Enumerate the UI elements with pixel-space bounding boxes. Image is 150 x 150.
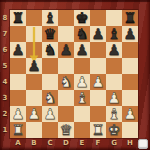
piece-wP-h2[interactable]: ♟ (124, 106, 137, 122)
square-d6[interactable]: ♟ (58, 42, 74, 58)
file-label-F: F (90, 138, 106, 149)
file-label-A: A (10, 138, 26, 149)
square-d4[interactable]: ♞ (58, 74, 74, 90)
square-b2[interactable]: ♟ (26, 106, 42, 122)
square-e7[interactable]: ♞ (74, 26, 90, 42)
square-g3[interactable]: ♟ (106, 90, 122, 106)
square-f7[interactable]: ♟ (90, 26, 106, 42)
square-a5[interactable] (10, 58, 26, 74)
square-h1[interactable] (122, 122, 138, 138)
rank-label-4: 4 (0, 74, 10, 90)
file-label-E: E (74, 138, 90, 149)
square-a4[interactable] (10, 74, 26, 90)
rank-label-2: 2 (0, 106, 10, 122)
piece-bP-d6[interactable]: ♟ (60, 42, 73, 58)
square-f6[interactable] (90, 42, 106, 58)
rank-label-5: 5 (0, 58, 10, 74)
square-e6[interactable]: ♟ (74, 42, 90, 58)
square-d2[interactable] (58, 106, 74, 122)
square-b1[interactable] (26, 122, 42, 138)
file-label-H: H (122, 138, 138, 149)
square-d8[interactable] (58, 10, 74, 26)
white-to-move-indicator (138, 139, 148, 149)
square-e5[interactable] (74, 58, 90, 74)
piece-bP-h7[interactable]: ♟ (124, 26, 137, 42)
square-h2[interactable]: ♟ (122, 106, 138, 122)
square-h5[interactable] (122, 58, 138, 74)
piece-bB-c8[interactable]: ♝ (44, 10, 57, 26)
piece-bK-e8[interactable]: ♚ (76, 10, 89, 26)
square-h8[interactable]: ♜ (122, 10, 138, 26)
rank-label-6: 6 (0, 42, 10, 58)
rank-label-7: 7 (0, 26, 10, 42)
square-e2[interactable] (74, 106, 90, 122)
square-b5[interactable]: ♟ (26, 58, 42, 74)
square-e4[interactable]: ♟ (74, 74, 90, 90)
square-c6[interactable]: ♞ (42, 42, 58, 58)
square-c4[interactable] (42, 74, 58, 90)
square-f1[interactable]: ♜ (90, 122, 106, 138)
square-c3[interactable]: ♞ (42, 90, 58, 106)
square-d1[interactable]: ♛ (58, 122, 74, 138)
file-label-G: G (106, 138, 122, 149)
piece-wB-g2[interactable]: ♝ (108, 106, 121, 122)
square-h4[interactable] (122, 74, 138, 90)
piece-wB-e3[interactable]: ♝ (76, 90, 89, 106)
rank-label-1: 1 (0, 122, 10, 138)
piece-bR-h8[interactable]: ♜ (124, 10, 137, 26)
square-g1[interactable]: ♚ (106, 122, 122, 138)
square-a6[interactable]: ♟ (10, 42, 26, 58)
square-d5[interactable] (58, 58, 74, 74)
square-b8[interactable] (26, 10, 42, 26)
piece-wN-d4[interactable]: ♞ (60, 74, 73, 90)
square-g2[interactable]: ♝ (106, 106, 122, 122)
piece-wP-c2[interactable]: ♟ (44, 106, 57, 122)
piece-wK-g1[interactable]: ♚ (108, 122, 121, 138)
square-f3[interactable] (90, 90, 106, 106)
square-f5[interactable] (90, 58, 106, 74)
square-b6[interactable] (26, 42, 42, 58)
piece-wR-a1[interactable]: ♜ (12, 122, 25, 138)
square-c2[interactable]: ♟ (42, 106, 58, 122)
piece-bP-a6[interactable]: ♟ (12, 42, 25, 58)
square-h7[interactable]: ♟ (122, 26, 138, 42)
square-f2[interactable] (90, 106, 106, 122)
piece-wP-a2[interactable]: ♟ (12, 106, 25, 122)
square-e1[interactable] (74, 122, 90, 138)
piece-bN-e7[interactable]: ♞ (76, 26, 89, 42)
square-a1[interactable]: ♜ (10, 122, 26, 138)
piece-wP-g3[interactable]: ♟ (108, 90, 121, 106)
file-label-B: B (26, 138, 42, 149)
piece-bQ-c7[interactable]: ♛ (44, 26, 57, 42)
square-h6[interactable] (122, 42, 138, 58)
square-a2[interactable]: ♟ (10, 106, 26, 122)
piece-bP-b5[interactable]: ♟ (28, 58, 41, 74)
square-c8[interactable]: ♝ (42, 10, 58, 26)
square-b3[interactable] (26, 90, 42, 106)
square-c7[interactable]: ♛ (42, 26, 58, 42)
square-a3[interactable] (10, 90, 26, 106)
square-e8[interactable]: ♚ (74, 10, 90, 26)
piece-wP-f4[interactable]: ♟ (92, 74, 105, 90)
piece-wN-c3[interactable]: ♞ (44, 90, 57, 106)
square-g5[interactable] (106, 58, 122, 74)
square-d3[interactable] (58, 90, 74, 106)
square-g4[interactable] (106, 74, 122, 90)
square-b7[interactable] (26, 26, 42, 42)
piece-bP-e6[interactable]: ♟ (76, 42, 89, 58)
square-h3[interactable] (122, 90, 138, 106)
square-g8[interactable] (106, 10, 122, 26)
chess-board[interactable]: ♜♝♚♜♛♞♟♝♟♟♞♟♟♟♟♞♟♟♞♝♟♟♟♟♝♟♜♛♜♚ (10, 10, 138, 138)
square-c5[interactable] (42, 58, 58, 74)
square-f8[interactable] (90, 10, 106, 26)
square-b4[interactable] (26, 74, 42, 90)
piece-wP-b2[interactable]: ♟ (28, 106, 41, 122)
file-label-C: C (42, 138, 58, 149)
piece-bP-f7[interactable]: ♟ (92, 26, 105, 42)
piece-wQ-d1[interactable]: ♛ (60, 122, 73, 138)
piece-bP-g6[interactable]: ♟ (108, 42, 121, 58)
square-c1[interactable] (42, 122, 58, 138)
square-d7[interactable] (58, 26, 74, 42)
piece-bR-a8[interactable]: ♜ (12, 10, 25, 26)
chess-board-frame: ♜♝♚♜♛♞♟♝♟♟♞♟♟♟♟♞♟♟♞♝♟♟♟♟♝♟♜♛♜♚ 87654321A… (0, 0, 150, 150)
square-a7[interactable] (10, 26, 26, 42)
piece-wP-e4[interactable]: ♟ (76, 74, 89, 90)
square-a8[interactable]: ♜ (10, 10, 26, 26)
square-e3[interactable]: ♝ (74, 90, 90, 106)
square-f4[interactable]: ♟ (90, 74, 106, 90)
square-g6[interactable]: ♟ (106, 42, 122, 58)
rank-label-3: 3 (0, 90, 10, 106)
piece-bB-g7[interactable]: ♝ (108, 26, 121, 42)
file-label-D: D (58, 138, 74, 149)
square-g7[interactable]: ♝ (106, 26, 122, 42)
piece-wR-f1[interactable]: ♜ (92, 122, 105, 138)
piece-bN-c6[interactable]: ♞ (44, 42, 57, 58)
rank-label-8: 8 (0, 10, 10, 26)
